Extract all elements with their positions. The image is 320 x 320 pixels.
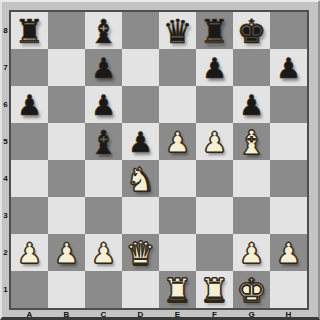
rank-label-7: 7 bbox=[2, 49, 9, 86]
piece-white-king[interactable]: ♚ bbox=[233, 271, 270, 308]
piece-black-pawn[interactable]: ♟ bbox=[270, 49, 307, 86]
square-a3[interactable] bbox=[11, 197, 48, 234]
square-f3[interactable] bbox=[196, 197, 233, 234]
piece-black-pawn[interactable]: ♟ bbox=[122, 123, 159, 160]
square-c6[interactable]: ♟ bbox=[85, 86, 122, 123]
square-b5[interactable] bbox=[48, 123, 85, 160]
piece-white-pawn[interactable]: ♟ bbox=[159, 123, 196, 160]
square-a6[interactable]: ♟ bbox=[11, 86, 48, 123]
square-d4[interactable]: ♞ bbox=[122, 160, 159, 197]
square-g4[interactable] bbox=[233, 160, 270, 197]
square-d5[interactable]: ♟ bbox=[122, 123, 159, 160]
file-label-h: H bbox=[270, 310, 307, 319]
square-f7[interactable]: ♟ bbox=[196, 49, 233, 86]
piece-white-pawn[interactable]: ♟ bbox=[196, 123, 233, 160]
piece-white-pawn[interactable]: ♟ bbox=[11, 234, 48, 271]
square-d8[interactable] bbox=[122, 12, 159, 49]
square-e8[interactable]: ♛ bbox=[159, 12, 196, 49]
square-b2[interactable]: ♟ bbox=[48, 234, 85, 271]
square-g1[interactable]: ♚ bbox=[233, 271, 270, 308]
square-c3[interactable] bbox=[85, 197, 122, 234]
square-h4[interactable] bbox=[270, 160, 307, 197]
square-f1[interactable]: ♜ bbox=[196, 271, 233, 308]
piece-white-bishop[interactable]: ♝ bbox=[233, 123, 270, 160]
square-h1[interactable] bbox=[270, 271, 307, 308]
square-g3[interactable] bbox=[233, 197, 270, 234]
square-h7[interactable]: ♟ bbox=[270, 49, 307, 86]
rank-label-5: 5 bbox=[2, 123, 9, 160]
square-a4[interactable] bbox=[11, 160, 48, 197]
square-g8[interactable]: ♚ bbox=[233, 12, 270, 49]
square-b1[interactable] bbox=[48, 271, 85, 308]
square-f6[interactable] bbox=[196, 86, 233, 123]
rank-label-4: 4 bbox=[2, 160, 9, 197]
piece-black-queen[interactable]: ♛ bbox=[159, 12, 196, 49]
file-label-f: F bbox=[196, 310, 233, 319]
piece-black-pawn[interactable]: ♟ bbox=[11, 86, 48, 123]
square-c8[interactable]: ♝ bbox=[85, 12, 122, 49]
square-e7[interactable] bbox=[159, 49, 196, 86]
piece-white-pawn[interactable]: ♟ bbox=[270, 234, 307, 271]
rank-label-8: 8 bbox=[2, 12, 9, 49]
square-g6[interactable]: ♟ bbox=[233, 86, 270, 123]
rank-label-3: 3 bbox=[2, 197, 9, 234]
square-b3[interactable] bbox=[48, 197, 85, 234]
square-f4[interactable] bbox=[196, 160, 233, 197]
piece-white-pawn[interactable]: ♟ bbox=[48, 234, 85, 271]
square-b4[interactable] bbox=[48, 160, 85, 197]
piece-black-pawn[interactable]: ♟ bbox=[233, 86, 270, 123]
piece-black-king[interactable]: ♚ bbox=[233, 12, 270, 49]
square-b6[interactable] bbox=[48, 86, 85, 123]
square-b7[interactable] bbox=[48, 49, 85, 86]
square-g2[interactable]: ♟ bbox=[233, 234, 270, 271]
square-e2[interactable] bbox=[159, 234, 196, 271]
file-label-c: C bbox=[85, 310, 122, 319]
square-e6[interactable] bbox=[159, 86, 196, 123]
square-h6[interactable] bbox=[270, 86, 307, 123]
piece-black-rook[interactable]: ♜ bbox=[196, 12, 233, 49]
rank-label-1: 1 bbox=[2, 271, 9, 308]
square-d6[interactable] bbox=[122, 86, 159, 123]
square-d2[interactable]: ♛ bbox=[122, 234, 159, 271]
chess-board-frame: 87654321 ♜♝♛♜♚♟♟♟♟♟♟♝♟♟♟♝♞♟♟♟♛♟♟♜♜♚ ABCD… bbox=[0, 0, 320, 320]
square-e5[interactable]: ♟ bbox=[159, 123, 196, 160]
file-label-b: B bbox=[48, 310, 85, 319]
square-a2[interactable]: ♟ bbox=[11, 234, 48, 271]
square-f2[interactable] bbox=[196, 234, 233, 271]
piece-black-bishop[interactable]: ♝ bbox=[85, 12, 122, 49]
piece-white-rook[interactable]: ♜ bbox=[159, 271, 196, 308]
square-h8[interactable] bbox=[270, 12, 307, 49]
square-f8[interactable]: ♜ bbox=[196, 12, 233, 49]
square-g5[interactable]: ♝ bbox=[233, 123, 270, 160]
piece-white-rook[interactable]: ♜ bbox=[196, 271, 233, 308]
piece-black-pawn[interactable]: ♟ bbox=[85, 49, 122, 86]
square-d7[interactable] bbox=[122, 49, 159, 86]
square-c5[interactable]: ♝ bbox=[85, 123, 122, 160]
file-label-e: E bbox=[159, 310, 196, 319]
piece-white-pawn[interactable]: ♟ bbox=[85, 234, 122, 271]
file-label-g: G bbox=[233, 310, 270, 319]
square-h3[interactable] bbox=[270, 197, 307, 234]
square-c2[interactable]: ♟ bbox=[85, 234, 122, 271]
square-b8[interactable] bbox=[48, 12, 85, 49]
square-a5[interactable] bbox=[11, 123, 48, 160]
square-a8[interactable]: ♜ bbox=[11, 12, 48, 49]
file-label-d: D bbox=[122, 310, 159, 319]
square-c7[interactable]: ♟ bbox=[85, 49, 122, 86]
rank-label-6: 6 bbox=[2, 86, 9, 123]
square-f5[interactable]: ♟ bbox=[196, 123, 233, 160]
square-e1[interactable]: ♜ bbox=[159, 271, 196, 308]
square-a7[interactable] bbox=[11, 49, 48, 86]
rank-label-2: 2 bbox=[2, 234, 9, 271]
square-c4[interactable] bbox=[85, 160, 122, 197]
square-c1[interactable] bbox=[85, 271, 122, 308]
square-d1[interactable] bbox=[122, 271, 159, 308]
piece-black-pawn[interactable]: ♟ bbox=[196, 49, 233, 86]
square-h5[interactable] bbox=[270, 123, 307, 160]
square-e4[interactable] bbox=[159, 160, 196, 197]
piece-white-knight[interactable]: ♞ bbox=[122, 160, 159, 197]
piece-black-bishop[interactable]: ♝ bbox=[85, 123, 122, 160]
square-e3[interactable] bbox=[159, 197, 196, 234]
square-g7[interactable] bbox=[233, 49, 270, 86]
square-a1[interactable] bbox=[11, 271, 48, 308]
piece-white-queen[interactable]: ♛ bbox=[122, 234, 159, 271]
chess-board: ♜♝♛♜♚♟♟♟♟♟♟♝♟♟♟♝♞♟♟♟♛♟♟♜♜♚ bbox=[9, 10, 309, 310]
piece-white-pawn[interactable]: ♟ bbox=[233, 234, 270, 271]
piece-black-pawn[interactable]: ♟ bbox=[85, 86, 122, 123]
square-h2[interactable]: ♟ bbox=[270, 234, 307, 271]
square-d3[interactable] bbox=[122, 197, 159, 234]
piece-black-rook[interactable]: ♜ bbox=[11, 12, 48, 49]
file-label-a: A bbox=[11, 310, 48, 319]
